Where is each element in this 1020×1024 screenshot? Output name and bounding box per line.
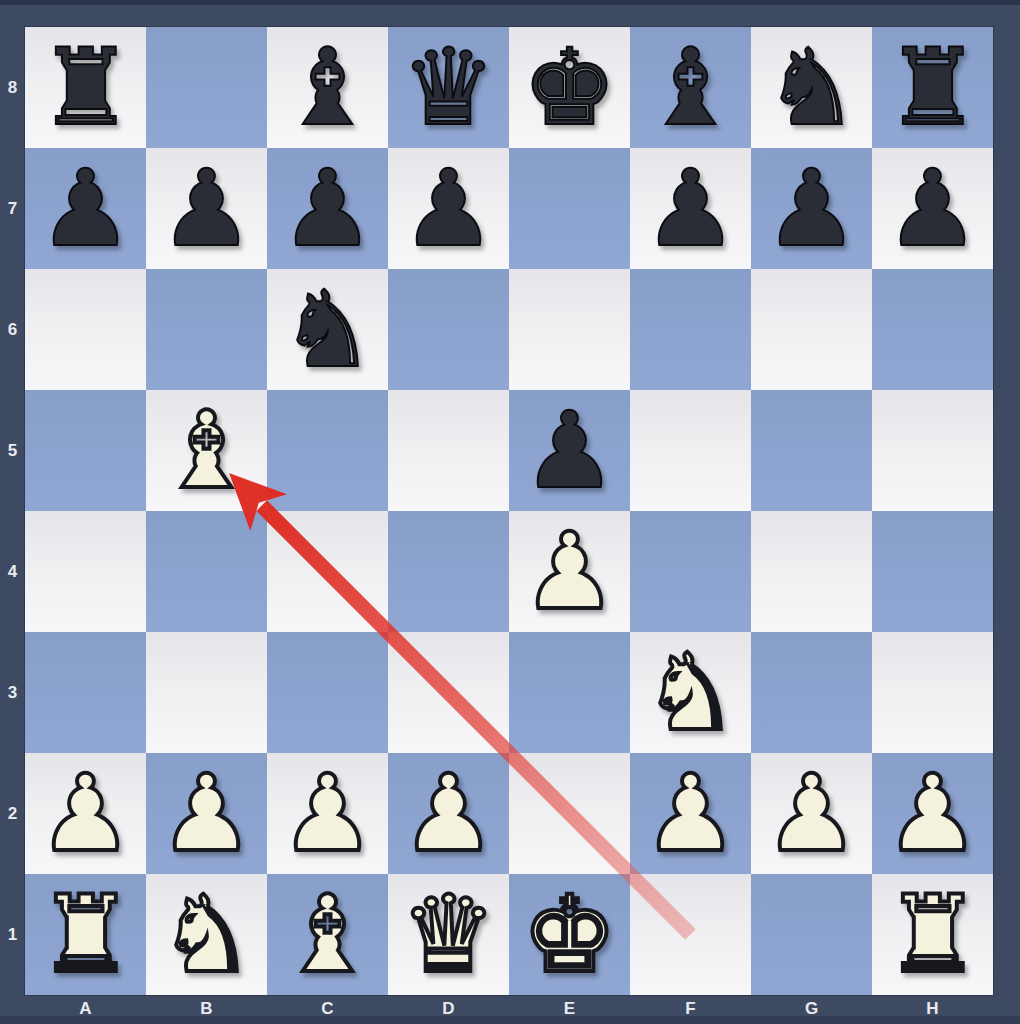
- square-d2[interactable]: ♟: [388, 753, 509, 874]
- frame-top-edge: [0, 0, 1020, 5]
- rank-label-1: 1: [0, 874, 25, 995]
- square-b8[interactable]: [146, 27, 267, 148]
- square-g4[interactable]: [751, 511, 872, 632]
- square-f6[interactable]: [630, 269, 751, 390]
- white-pawn-e4[interactable]: ♟: [522, 511, 617, 632]
- square-e8[interactable]: ♚: [509, 27, 630, 148]
- white-pawn-f2[interactable]: ♟: [643, 753, 738, 874]
- file-label-D: D: [388, 995, 509, 1022]
- square-b5[interactable]: ♝: [146, 390, 267, 511]
- rank-label-4: 4: [0, 511, 25, 632]
- rank-label-6: 6: [0, 269, 25, 390]
- black-rook-a8[interactable]: ♜: [38, 27, 133, 148]
- rank-label-3: 3: [0, 632, 25, 753]
- square-d5[interactable]: [388, 390, 509, 511]
- white-bishop-c1[interactable]: ♝: [280, 874, 375, 995]
- square-f3[interactable]: ♞: [630, 632, 751, 753]
- square-f2[interactable]: ♟: [630, 753, 751, 874]
- black-pawn-f7[interactable]: ♟: [643, 148, 738, 269]
- square-h3[interactable]: [872, 632, 993, 753]
- black-queen-d8[interactable]: ♛: [401, 27, 496, 148]
- square-d1[interactable]: ♛: [388, 874, 509, 995]
- square-e1[interactable]: ♚: [509, 874, 630, 995]
- square-e3[interactable]: [509, 632, 630, 753]
- file-label-G: G: [751, 995, 872, 1022]
- white-pawn-c2[interactable]: ♟: [280, 753, 375, 874]
- square-d6[interactable]: [388, 269, 509, 390]
- black-king-e8[interactable]: ♚: [522, 27, 617, 148]
- black-pawn-h7[interactable]: ♟: [885, 148, 980, 269]
- square-b6[interactable]: [146, 269, 267, 390]
- square-c8[interactable]: ♝: [267, 27, 388, 148]
- square-h8[interactable]: ♜: [872, 27, 993, 148]
- square-e5[interactable]: ♟: [509, 390, 630, 511]
- square-b4[interactable]: [146, 511, 267, 632]
- square-h2[interactable]: ♟: [872, 753, 993, 874]
- square-b3[interactable]: [146, 632, 267, 753]
- square-e4[interactable]: ♟: [509, 511, 630, 632]
- black-pawn-e5[interactable]: ♟: [522, 390, 617, 511]
- square-b7[interactable]: ♟: [146, 148, 267, 269]
- square-f5[interactable]: [630, 390, 751, 511]
- square-f4[interactable]: [630, 511, 751, 632]
- square-f8[interactable]: ♝: [630, 27, 751, 148]
- file-label-B: B: [146, 995, 267, 1022]
- white-knight-b1[interactable]: ♞: [159, 874, 254, 995]
- black-bishop-c8[interactable]: ♝: [280, 27, 375, 148]
- white-pawn-d2[interactable]: ♟: [401, 753, 496, 874]
- white-pawn-g2[interactable]: ♟: [764, 753, 859, 874]
- file-label-F: F: [630, 995, 751, 1022]
- black-knight-c6[interactable]: ♞: [280, 269, 375, 390]
- square-a5[interactable]: [25, 390, 146, 511]
- square-f7[interactable]: ♟: [630, 148, 751, 269]
- black-pawn-b7[interactable]: ♟: [159, 148, 254, 269]
- white-pawn-a2[interactable]: ♟: [38, 753, 133, 874]
- square-a6[interactable]: [25, 269, 146, 390]
- square-d4[interactable]: [388, 511, 509, 632]
- rank-label-7: 7: [0, 148, 25, 269]
- white-pawn-b2[interactable]: ♟: [159, 753, 254, 874]
- file-label-A: A: [25, 995, 146, 1022]
- square-d8[interactable]: ♛: [388, 27, 509, 148]
- white-rook-h1[interactable]: ♜: [885, 874, 980, 995]
- square-c7[interactable]: ♟: [267, 148, 388, 269]
- square-g2[interactable]: ♟: [751, 753, 872, 874]
- black-pawn-a7[interactable]: ♟: [38, 148, 133, 269]
- square-e2[interactable]: [509, 753, 630, 874]
- square-b1[interactable]: ♞: [146, 874, 267, 995]
- file-label-C: C: [267, 995, 388, 1022]
- square-g3[interactable]: [751, 632, 872, 753]
- black-pawn-d7[interactable]: ♟: [401, 148, 496, 269]
- square-d3[interactable]: [388, 632, 509, 753]
- square-c5[interactable]: [267, 390, 388, 511]
- white-king-e1[interactable]: ♚: [522, 874, 617, 995]
- board-frame: 87654321 ♜♝♛♚♝♞♜♟♟♟♟♟♟♟♞♝♟♟♞♟♟♟♟♟♟♟♜♞♝♛♚…: [0, 0, 1020, 1024]
- black-bishop-f8[interactable]: ♝: [643, 27, 738, 148]
- square-a8[interactable]: ♜: [25, 27, 146, 148]
- square-a4[interactable]: [25, 511, 146, 632]
- square-h4[interactable]: [872, 511, 993, 632]
- black-knight-g8[interactable]: ♞: [764, 27, 859, 148]
- rank-label-2: 2: [0, 753, 25, 874]
- square-d7[interactable]: ♟: [388, 148, 509, 269]
- chess-board: ♜♝♛♚♝♞♜♟♟♟♟♟♟♟♞♝♟♟♞♟♟♟♟♟♟♟♜♞♝♛♚♜: [25, 27, 993, 995]
- square-e7[interactable]: [509, 148, 630, 269]
- square-f1[interactable]: [630, 874, 751, 995]
- square-h1[interactable]: ♜: [872, 874, 993, 995]
- square-g8[interactable]: ♞: [751, 27, 872, 148]
- square-c1[interactable]: ♝: [267, 874, 388, 995]
- square-a3[interactable]: [25, 632, 146, 753]
- square-g1[interactable]: [751, 874, 872, 995]
- square-a2[interactable]: ♟: [25, 753, 146, 874]
- square-g6[interactable]: [751, 269, 872, 390]
- rank-label-5: 5: [0, 390, 25, 511]
- white-rook-a1[interactable]: ♜: [38, 874, 133, 995]
- square-e6[interactable]: [509, 269, 630, 390]
- file-label-H: H: [872, 995, 993, 1022]
- rank-labels: 87654321: [0, 27, 25, 995]
- white-knight-f3[interactable]: ♞: [643, 632, 738, 753]
- square-h6[interactable]: [872, 269, 993, 390]
- white-queen-d1[interactable]: ♛: [401, 874, 496, 995]
- square-b2[interactable]: ♟: [146, 753, 267, 874]
- white-bishop-b5[interactable]: ♝: [159, 390, 254, 511]
- square-h5[interactable]: [872, 390, 993, 511]
- square-c3[interactable]: [267, 632, 388, 753]
- square-c2[interactable]: ♟: [267, 753, 388, 874]
- file-label-E: E: [509, 995, 630, 1022]
- square-a1[interactable]: ♜: [25, 874, 146, 995]
- black-pawn-g7[interactable]: ♟: [764, 148, 859, 269]
- square-g7[interactable]: ♟: [751, 148, 872, 269]
- square-c4[interactable]: [267, 511, 388, 632]
- black-rook-h8[interactable]: ♜: [885, 27, 980, 148]
- white-pawn-h2[interactable]: ♟: [885, 753, 980, 874]
- square-a7[interactable]: ♟: [25, 148, 146, 269]
- file-labels: ABCDEFGH: [25, 995, 993, 1022]
- rank-label-8: 8: [0, 27, 25, 148]
- square-g5[interactable]: [751, 390, 872, 511]
- black-pawn-c7[interactable]: ♟: [280, 148, 375, 269]
- square-h7[interactable]: ♟: [872, 148, 993, 269]
- square-c6[interactable]: ♞: [267, 269, 388, 390]
